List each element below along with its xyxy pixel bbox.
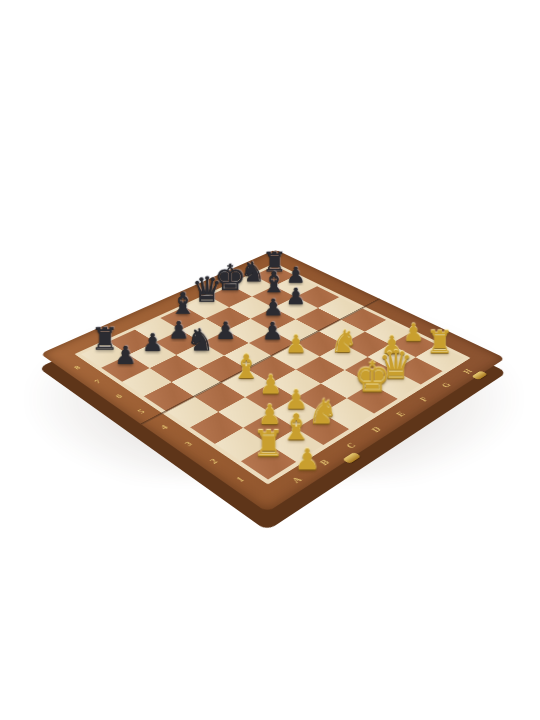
file-label-c: C: [344, 441, 358, 450]
file-label-f: F: [417, 396, 429, 403]
rank-label-6: 6: [113, 393, 124, 400]
piece-black-bishop-d8[interactable]: ♝: [169, 288, 196, 318]
rank-label-2: 2: [207, 457, 219, 465]
piece-black-pawn-g6[interactable]: ♟: [286, 285, 306, 308]
piece-white-bishop-b1[interactable]: ♝: [280, 409, 312, 445]
piece-white-rook-h1[interactable]: ♜: [426, 327, 454, 358]
piece-white-king-e1[interactable]: ♚: [354, 357, 392, 399]
piece-white-pawn-frame[interactable]: ♟: [294, 445, 320, 474]
file-label-e: E: [394, 410, 407, 418]
piece-white-pawn-c3[interactable]: ♟: [259, 372, 282, 398]
file-label-h: H: [461, 368, 474, 375]
rank-label-3: 3: [182, 440, 194, 447]
rank-label-7: 7: [92, 378, 102, 384]
piece-black-pawn-b7[interactable]: ♟: [142, 330, 164, 354]
piece-white-pawn-e4[interactable]: ♟: [285, 332, 307, 356]
rank-label-5: 5: [135, 408, 146, 415]
piece-black-pawn-d6[interactable]: ♟: [215, 319, 236, 343]
piece-black-knight-c6[interactable]: ♞: [186, 324, 214, 355]
piece-black-bishop-g7[interactable]: ♝: [261, 267, 287, 296]
piece-white-rook-a1[interactable]: ♜: [253, 426, 285, 462]
rank-label-8: 8: [72, 364, 82, 370]
file-label-a: A: [289, 475, 303, 484]
piece-black-pawn-f6[interactable]: ♟: [263, 296, 284, 319]
piece-white-bishop-c4[interactable]: ♝: [231, 350, 261, 383]
piece-white-pawn-h2[interactable]: ♟: [403, 321, 425, 345]
piece-black-pawn-a7[interactable]: ♟: [114, 343, 136, 368]
file-label-g: G: [439, 381, 452, 388]
piece-black-pawn-e5[interactable]: ♟: [262, 319, 283, 343]
rank-label-4: 4: [158, 423, 169, 430]
rank-label-1: 1: [234, 475, 246, 483]
file-label-d: D: [369, 425, 383, 433]
